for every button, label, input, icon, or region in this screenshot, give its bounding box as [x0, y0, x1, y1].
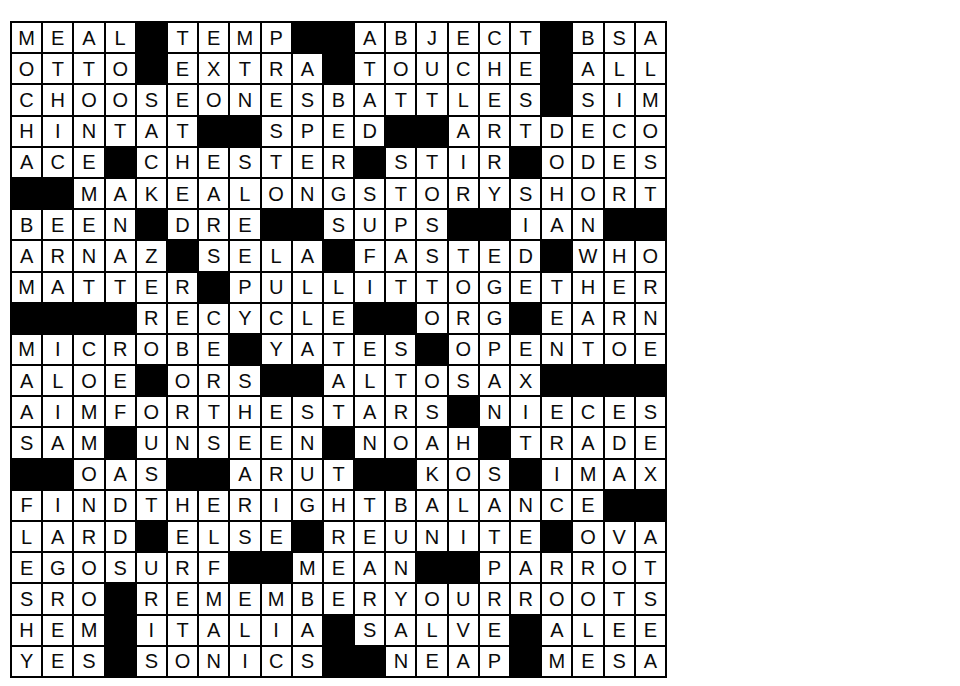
grid-cell[interactable]: D — [106, 491, 135, 520]
grid-cell[interactable]: A — [636, 647, 665, 676]
grid-cell[interactable]: E — [511, 522, 540, 551]
grid-cell[interactable]: E — [74, 210, 103, 239]
grid-cell[interactable]: O — [449, 335, 478, 364]
grid-cell[interactable]: N — [480, 397, 509, 426]
grid-cell[interactable]: S — [449, 366, 478, 395]
grid-cell[interactable]: S — [230, 366, 259, 395]
grid-cell[interactable]: E — [605, 148, 634, 177]
grid-cell[interactable]: O — [605, 553, 634, 582]
grid-cell[interactable]: E — [230, 428, 259, 457]
grid-cell[interactable]: R — [605, 179, 634, 208]
grid-cell[interactable]: N — [106, 210, 135, 239]
grid-cell[interactable]: H — [449, 428, 478, 457]
grid-cell[interactable]: T — [511, 428, 540, 457]
grid-cell[interactable]: E — [542, 304, 571, 333]
grid-cell[interactable]: E — [199, 148, 228, 177]
grid-cell[interactable]: C — [199, 304, 228, 333]
grid-cell[interactable]: L — [324, 273, 353, 302]
grid-cell[interactable]: P — [293, 117, 322, 146]
grid-cell[interactable]: U — [449, 584, 478, 613]
grid-cell[interactable]: A — [573, 304, 602, 333]
grid-cell[interactable]: E — [605, 616, 634, 645]
grid-cell[interactable]: A — [43, 428, 72, 457]
grid-cell[interactable]: U — [355, 210, 384, 239]
grid-cell[interactable]: B — [386, 491, 415, 520]
grid-cell[interactable]: E — [324, 304, 353, 333]
grid-cell[interactable]: M — [74, 428, 103, 457]
grid-cell[interactable]: H — [605, 241, 634, 270]
grid-cell[interactable]: L — [636, 54, 665, 83]
grid-cell[interactable]: I — [511, 397, 540, 426]
grid-cell[interactable]: O — [137, 335, 166, 364]
grid-cell[interactable]: T — [511, 23, 540, 52]
grid-cell[interactable]: R — [168, 397, 197, 426]
grid-cell[interactable]: R — [324, 148, 353, 177]
grid-cell[interactable]: A — [137, 117, 166, 146]
grid-cell[interactable]: O — [573, 522, 602, 551]
grid-cell[interactable]: N — [386, 647, 415, 676]
grid-cell[interactable]: R — [137, 304, 166, 333]
grid-cell[interactable]: C — [480, 23, 509, 52]
grid-cell[interactable]: C — [74, 335, 103, 364]
grid-cell[interactable]: M — [199, 584, 228, 613]
grid-cell[interactable]: R — [74, 522, 103, 551]
grid-cell[interactable]: L — [293, 273, 322, 302]
grid-cell[interactable]: U — [137, 428, 166, 457]
grid-cell[interactable]: A — [293, 54, 322, 83]
grid-cell[interactable]: N — [293, 179, 322, 208]
grid-cell[interactable]: R — [43, 584, 72, 613]
grid-cell[interactable]: L — [605, 54, 634, 83]
grid-cell[interactable]: E — [12, 553, 41, 582]
grid-cell[interactable]: Y — [12, 647, 41, 676]
grid-cell[interactable]: H — [12, 117, 41, 146]
grid-cell[interactable]: S — [137, 460, 166, 489]
grid-cell[interactable]: R — [511, 584, 540, 613]
grid-cell[interactable]: T — [386, 366, 415, 395]
grid-cell[interactable]: R — [324, 522, 353, 551]
grid-cell[interactable]: R — [605, 304, 634, 333]
grid-cell[interactable]: T — [262, 148, 291, 177]
grid-cell[interactable]: I — [449, 522, 478, 551]
grid-cell[interactable]: T — [542, 273, 571, 302]
grid-cell[interactable]: O — [12, 54, 41, 83]
grid-cell[interactable]: A — [106, 460, 135, 489]
grid-cell[interactable]: O — [417, 179, 446, 208]
grid-cell[interactable]: E — [605, 273, 634, 302]
grid-cell[interactable]: R — [355, 584, 384, 613]
grid-cell[interactable]: A — [449, 647, 478, 676]
grid-cell[interactable]: I — [262, 616, 291, 645]
grid-cell[interactable]: E — [355, 522, 384, 551]
grid-cell[interactable]: E — [293, 148, 322, 177]
grid-cell[interactable]: S — [199, 428, 228, 457]
grid-cell[interactable]: E — [636, 428, 665, 457]
grid-cell[interactable]: T — [168, 23, 197, 52]
grid-cell[interactable]: A — [573, 54, 602, 83]
grid-cell[interactable]: A — [636, 23, 665, 52]
grid-cell[interactable]: C — [449, 54, 478, 83]
grid-cell[interactable]: T — [106, 117, 135, 146]
grid-cell[interactable]: A — [12, 397, 41, 426]
grid-cell[interactable]: I — [43, 397, 72, 426]
grid-cell[interactable]: N — [386, 553, 415, 582]
grid-cell[interactable]: R — [262, 460, 291, 489]
grid-cell[interactable]: E — [511, 335, 540, 364]
grid-cell[interactable]: S — [199, 241, 228, 270]
grid-cell[interactable]: A — [542, 210, 571, 239]
grid-cell[interactable]: A — [636, 522, 665, 551]
grid-cell[interactable]: A — [12, 366, 41, 395]
grid-cell[interactable]: N — [293, 428, 322, 457]
grid-cell[interactable]: H — [168, 491, 197, 520]
grid-cell[interactable]: L — [106, 23, 135, 52]
grid-cell[interactable]: O — [417, 584, 446, 613]
grid-cell[interactable]: B — [573, 23, 602, 52]
grid-cell[interactable]: S — [417, 210, 446, 239]
grid-cell[interactable]: T — [74, 54, 103, 83]
grid-cell[interactable]: A — [199, 616, 228, 645]
grid-cell[interactable]: M — [293, 553, 322, 582]
grid-cell[interactable]: M — [542, 647, 571, 676]
grid-cell[interactable]: A — [43, 273, 72, 302]
grid-cell[interactable]: Y — [386, 584, 415, 613]
grid-cell[interactable]: E — [43, 647, 72, 676]
grid-cell[interactable]: U — [417, 54, 446, 83]
grid-cell[interactable]: E — [262, 397, 291, 426]
grid-cell[interactable]: N — [636, 304, 665, 333]
grid-cell[interactable]: R — [480, 117, 509, 146]
grid-cell[interactable]: O — [106, 54, 135, 83]
grid-cell[interactable]: E — [511, 54, 540, 83]
grid-cell[interactable]: C — [605, 117, 634, 146]
grid-cell[interactable]: S — [324, 210, 353, 239]
grid-cell[interactable]: T — [417, 273, 446, 302]
grid-cell[interactable]: E — [43, 616, 72, 645]
grid-cell[interactable]: E — [480, 85, 509, 114]
grid-cell[interactable]: H — [168, 148, 197, 177]
grid-cell[interactable]: A — [199, 179, 228, 208]
grid-cell[interactable]: S — [511, 179, 540, 208]
grid-cell[interactable]: M — [262, 584, 291, 613]
grid-cell[interactable]: X — [511, 366, 540, 395]
grid-cell[interactable]: A — [43, 522, 72, 551]
grid-cell[interactable]: T — [355, 54, 384, 83]
grid-cell[interactable]: S — [137, 647, 166, 676]
grid-cell[interactable]: U — [293, 460, 322, 489]
grid-cell[interactable]: M — [230, 23, 259, 52]
grid-cell[interactable]: O — [605, 335, 634, 364]
grid-cell[interactable]: E — [480, 616, 509, 645]
grid-cell[interactable]: N — [74, 491, 103, 520]
grid-cell[interactable]: C — [262, 304, 291, 333]
grid-cell[interactable]: S — [230, 522, 259, 551]
grid-cell[interactable]: R — [480, 148, 509, 177]
grid-cell[interactable]: P — [230, 273, 259, 302]
grid-cell[interactable]: O — [386, 54, 415, 83]
grid-cell[interactable]: U — [137, 553, 166, 582]
grid-cell[interactable]: L — [230, 616, 259, 645]
grid-cell[interactable]: A — [480, 491, 509, 520]
grid-cell[interactable]: D — [573, 148, 602, 177]
grid-cell[interactable]: S — [106, 553, 135, 582]
grid-cell[interactable]: T — [74, 273, 103, 302]
grid-cell[interactable]: A — [293, 335, 322, 364]
grid-cell[interactable]: H — [542, 179, 571, 208]
grid-cell[interactable]: O — [449, 460, 478, 489]
grid-cell[interactable]: E — [230, 241, 259, 270]
grid-cell[interactable]: C — [43, 148, 72, 177]
grid-cell[interactable]: E — [449, 23, 478, 52]
grid-cell[interactable]: A — [386, 241, 415, 270]
grid-cell[interactable]: O — [636, 241, 665, 270]
grid-cell[interactable]: T — [324, 397, 353, 426]
grid-cell[interactable]: R — [573, 553, 602, 582]
grid-cell[interactable]: M — [636, 85, 665, 114]
grid-cell[interactable]: S — [636, 397, 665, 426]
grid-cell[interactable]: L — [12, 522, 41, 551]
grid-cell[interactable]: E — [168, 85, 197, 114]
grid-cell[interactable]: L — [449, 491, 478, 520]
grid-cell[interactable]: P — [480, 647, 509, 676]
grid-cell[interactable]: E — [137, 273, 166, 302]
grid-cell[interactable]: G — [480, 304, 509, 333]
grid-cell[interactable]: A — [417, 428, 446, 457]
grid-cell[interactable]: N — [511, 491, 540, 520]
grid-cell[interactable]: L — [417, 616, 446, 645]
grid-cell[interactable]: A — [230, 460, 259, 489]
grid-cell[interactable]: L — [199, 522, 228, 551]
grid-cell[interactable]: M — [74, 179, 103, 208]
grid-cell[interactable]: N — [230, 85, 259, 114]
grid-cell[interactable]: B — [293, 584, 322, 613]
grid-cell[interactable]: U — [386, 522, 415, 551]
grid-cell[interactable]: C — [573, 397, 602, 426]
grid-cell[interactable]: N — [355, 428, 384, 457]
grid-cell[interactable]: G — [480, 273, 509, 302]
grid-cell[interactable]: F — [12, 491, 41, 520]
grid-cell[interactable]: A — [480, 366, 509, 395]
grid-cell[interactable]: E — [480, 241, 509, 270]
grid-cell[interactable]: S — [386, 335, 415, 364]
grid-cell[interactable]: M — [12, 23, 41, 52]
grid-cell[interactable]: G — [324, 179, 353, 208]
grid-cell[interactable]: E — [199, 491, 228, 520]
grid-cell[interactable]: E — [168, 54, 197, 83]
grid-cell[interactable]: O — [168, 366, 197, 395]
grid-cell[interactable]: I — [262, 491, 291, 520]
grid-cell[interactable]: I — [43, 117, 72, 146]
grid-cell[interactable]: D — [106, 522, 135, 551]
grid-cell[interactable]: E — [605, 397, 634, 426]
grid-cell[interactable]: N — [417, 522, 446, 551]
grid-cell[interactable]: G — [43, 553, 72, 582]
grid-cell[interactable]: M — [12, 335, 41, 364]
grid-cell[interactable]: A — [511, 553, 540, 582]
grid-cell[interactable]: T — [480, 522, 509, 551]
grid-cell[interactable]: Y — [480, 179, 509, 208]
grid-cell[interactable]: S — [137, 85, 166, 114]
grid-cell[interactable]: I — [605, 85, 634, 114]
grid-cell[interactable]: F — [355, 241, 384, 270]
grid-cell[interactable]: D — [168, 210, 197, 239]
grid-cell[interactable]: D — [511, 241, 540, 270]
grid-cell[interactable]: S — [355, 179, 384, 208]
grid-cell[interactable]: E — [168, 584, 197, 613]
grid-cell[interactable]: R — [230, 491, 259, 520]
grid-cell[interactable]: F — [106, 397, 135, 426]
grid-cell[interactable]: R — [542, 553, 571, 582]
grid-cell[interactable]: M — [573, 460, 602, 489]
grid-cell[interactable]: V — [605, 522, 634, 551]
grid-cell[interactable]: R — [449, 304, 478, 333]
grid-cell[interactable]: A — [605, 460, 634, 489]
grid-cell[interactable]: R — [199, 366, 228, 395]
grid-cell[interactable]: F — [199, 553, 228, 582]
grid-cell[interactable]: C — [262, 647, 291, 676]
grid-cell[interactable]: B — [168, 335, 197, 364]
grid-cell[interactable]: T — [417, 85, 446, 114]
grid-cell[interactable]: A — [542, 616, 571, 645]
grid-cell[interactable]: E — [199, 335, 228, 364]
grid-cell[interactable]: S — [230, 148, 259, 177]
grid-cell[interactable]: R — [199, 210, 228, 239]
grid-cell[interactable]: L — [293, 304, 322, 333]
grid-cell[interactable]: R — [262, 54, 291, 83]
grid-cell[interactable]: T — [605, 584, 634, 613]
grid-cell[interactable]: E — [573, 647, 602, 676]
grid-cell[interactable]: R — [137, 584, 166, 613]
grid-cell[interactable]: A — [355, 23, 384, 52]
grid-cell[interactable]: O — [74, 366, 103, 395]
grid-cell[interactable]: I — [355, 273, 384, 302]
grid-cell[interactable]: S — [355, 616, 384, 645]
grid-cell[interactable]: C — [12, 85, 41, 114]
grid-cell[interactable]: S — [293, 85, 322, 114]
grid-cell[interactable]: E — [355, 335, 384, 364]
grid-cell[interactable]: P — [480, 335, 509, 364]
grid-cell[interactable]: X — [636, 460, 665, 489]
grid-cell[interactable]: T — [636, 553, 665, 582]
grid-cell[interactable]: E — [324, 553, 353, 582]
grid-cell[interactable]: E — [542, 397, 571, 426]
grid-cell[interactable]: D — [605, 428, 634, 457]
grid-cell[interactable]: A — [74, 23, 103, 52]
grid-cell[interactable]: W — [573, 241, 602, 270]
grid-cell[interactable]: P — [480, 553, 509, 582]
grid-cell[interactable]: E — [324, 584, 353, 613]
grid-cell[interactable]: P — [262, 23, 291, 52]
grid-cell[interactable]: L — [43, 366, 72, 395]
grid-cell[interactable]: A — [417, 491, 446, 520]
grid-cell[interactable]: O — [573, 179, 602, 208]
grid-cell[interactable]: I — [542, 460, 571, 489]
grid-cell[interactable]: R — [106, 335, 135, 364]
grid-cell[interactable]: H — [43, 85, 72, 114]
grid-cell[interactable]: U — [262, 273, 291, 302]
grid-cell[interactable]: N — [542, 335, 571, 364]
grid-cell[interactable]: E — [106, 366, 135, 395]
grid-cell[interactable]: T — [230, 54, 259, 83]
grid-cell[interactable]: O — [449, 273, 478, 302]
grid-cell[interactable]: R — [480, 584, 509, 613]
grid-cell[interactable]: A — [449, 117, 478, 146]
grid-cell[interactable]: S — [511, 85, 540, 114]
grid-cell[interactable]: S — [480, 460, 509, 489]
grid-cell[interactable]: S — [605, 647, 634, 676]
grid-cell[interactable]: E — [168, 179, 197, 208]
grid-cell[interactable]: O — [573, 584, 602, 613]
grid-cell[interactable]: D — [355, 117, 384, 146]
grid-cell[interactable]: T — [573, 335, 602, 364]
grid-cell[interactable]: T — [355, 491, 384, 520]
grid-cell[interactable]: O — [386, 428, 415, 457]
grid-cell[interactable]: R — [168, 553, 197, 582]
grid-cell[interactable]: Y — [262, 335, 291, 364]
grid-cell[interactable]: L — [262, 241, 291, 270]
grid-cell[interactable]: O — [74, 553, 103, 582]
grid-cell[interactable]: I — [43, 491, 72, 520]
grid-cell[interactable]: L — [449, 85, 478, 114]
grid-cell[interactable]: E — [168, 304, 197, 333]
grid-cell[interactable]: S — [573, 85, 602, 114]
grid-cell[interactable]: H — [230, 397, 259, 426]
grid-cell[interactable]: N — [168, 428, 197, 457]
grid-cell[interactable]: C — [542, 491, 571, 520]
grid-cell[interactable]: A — [12, 148, 41, 177]
grid-cell[interactable]: R — [386, 397, 415, 426]
grid-cell[interactable]: P — [386, 210, 415, 239]
grid-cell[interactable]: H — [573, 273, 602, 302]
grid-cell[interactable]: H — [12, 616, 41, 645]
grid-cell[interactable]: E — [230, 210, 259, 239]
grid-cell[interactable]: T — [137, 491, 166, 520]
grid-cell[interactable]: E — [573, 117, 602, 146]
grid-cell[interactable]: S — [605, 23, 634, 52]
grid-cell[interactable]: E — [324, 117, 353, 146]
grid-cell[interactable]: E — [511, 273, 540, 302]
grid-cell[interactable]: A — [106, 179, 135, 208]
grid-cell[interactable]: E — [636, 335, 665, 364]
grid-cell[interactable]: A — [106, 241, 135, 270]
grid-cell[interactable]: K — [417, 460, 446, 489]
grid-cell[interactable]: M — [74, 397, 103, 426]
grid-cell[interactable]: B — [12, 210, 41, 239]
grid-cell[interactable]: O — [636, 117, 665, 146]
grid-cell[interactable]: S — [74, 647, 103, 676]
grid-cell[interactable]: T — [324, 460, 353, 489]
grid-cell[interactable]: A — [355, 553, 384, 582]
grid-cell[interactable]: G — [293, 491, 322, 520]
grid-cell[interactable]: I — [449, 148, 478, 177]
grid-cell[interactable]: A — [293, 241, 322, 270]
grid-cell[interactable]: T — [386, 273, 415, 302]
grid-cell[interactable]: O — [417, 366, 446, 395]
grid-cell[interactable]: O — [542, 584, 571, 613]
grid-cell[interactable]: J — [417, 23, 446, 52]
grid-cell[interactable]: A — [293, 616, 322, 645]
grid-cell[interactable]: H — [324, 491, 353, 520]
grid-cell[interactable]: N — [573, 210, 602, 239]
grid-cell[interactable]: T — [386, 179, 415, 208]
grid-cell[interactable]: A — [355, 85, 384, 114]
grid-cell[interactable]: A — [386, 616, 415, 645]
grid-cell[interactable]: B — [386, 23, 415, 52]
grid-cell[interactable]: E — [74, 148, 103, 177]
grid-cell[interactable]: T — [511, 117, 540, 146]
grid-cell[interactable]: E — [262, 522, 291, 551]
grid-cell[interactable]: T — [43, 54, 72, 83]
